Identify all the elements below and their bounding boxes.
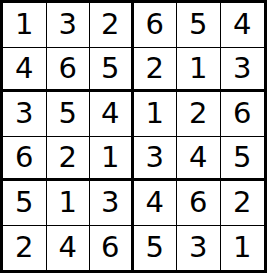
cell-r1c3[interactable]: 2 bbox=[90, 3, 134, 48]
cell-r4c1[interactable]: 6 bbox=[3, 137, 47, 182]
cell-r4c2[interactable]: 2 bbox=[47, 137, 91, 182]
cell-r3c1[interactable]: 3 bbox=[3, 92, 47, 137]
cell-r3c2[interactable]: 5 bbox=[47, 92, 91, 137]
cell-r1c4[interactable]: 6 bbox=[134, 3, 178, 48]
cell-r5c6[interactable]: 2 bbox=[221, 181, 265, 226]
cell-r1c5[interactable]: 5 bbox=[177, 3, 221, 48]
cell-r4c3[interactable]: 1 bbox=[90, 137, 134, 182]
cell-r6c6[interactable]: 1 bbox=[221, 226, 265, 271]
cell-r4c5[interactable]: 4 bbox=[177, 137, 221, 182]
cell-r3c6[interactable]: 6 bbox=[221, 92, 265, 137]
cell-r5c5[interactable]: 6 bbox=[177, 181, 221, 226]
cell-r6c3[interactable]: 6 bbox=[90, 226, 134, 271]
cell-r2c6[interactable]: 3 bbox=[221, 48, 265, 93]
cell-r6c4[interactable]: 5 bbox=[134, 226, 178, 271]
cell-r5c4[interactable]: 4 bbox=[134, 181, 178, 226]
cell-r2c2[interactable]: 6 bbox=[47, 48, 91, 93]
cell-r2c4[interactable]: 2 bbox=[134, 48, 178, 93]
sudoku-board: 132654465213354126621345513462246531 bbox=[0, 0, 267, 273]
cell-r6c2[interactable]: 4 bbox=[47, 226, 91, 271]
cell-r2c1[interactable]: 4 bbox=[3, 48, 47, 93]
cell-r4c6[interactable]: 5 bbox=[221, 137, 265, 182]
cell-r3c5[interactable]: 2 bbox=[177, 92, 221, 137]
cell-r5c2[interactable]: 1 bbox=[47, 181, 91, 226]
cell-r5c3[interactable]: 3 bbox=[90, 181, 134, 226]
cell-r3c3[interactable]: 4 bbox=[90, 92, 134, 137]
cell-r1c6[interactable]: 4 bbox=[221, 3, 265, 48]
cell-r2c3[interactable]: 5 bbox=[90, 48, 134, 93]
cell-r6c1[interactable]: 2 bbox=[3, 226, 47, 271]
cell-r5c1[interactable]: 5 bbox=[3, 181, 47, 226]
cell-r1c1[interactable]: 1 bbox=[3, 3, 47, 48]
cell-r6c5[interactable]: 3 bbox=[177, 226, 221, 271]
cell-r4c4[interactable]: 3 bbox=[134, 137, 178, 182]
cell-r2c5[interactable]: 1 bbox=[177, 48, 221, 93]
cell-r3c4[interactable]: 1 bbox=[134, 92, 178, 137]
cell-r1c2[interactable]: 3 bbox=[47, 3, 91, 48]
